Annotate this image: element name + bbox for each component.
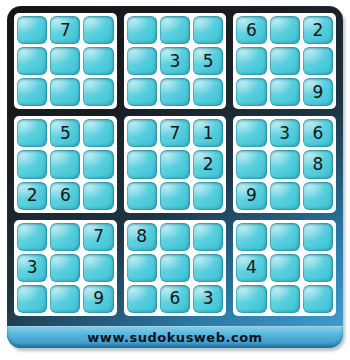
cell-r8c9[interactable] (303, 254, 333, 282)
cell-r8c6[interactable] (193, 254, 223, 282)
cell-r1c4[interactable] (127, 16, 157, 44)
box-1-2: 35 (124, 13, 227, 109)
cell-r2c8[interactable] (270, 47, 300, 75)
footer-bar: www.sudokusweb.com (7, 326, 343, 348)
cell-r9c8[interactable] (270, 285, 300, 313)
cell-r4c1[interactable] (17, 119, 47, 147)
cell-r2c2[interactable] (50, 47, 80, 75)
box-2-3: 3689 (233, 116, 336, 212)
cell-r1c7[interactable]: 6 (236, 16, 266, 44)
cell-r6c1[interactable]: 2 (17, 182, 47, 210)
cell-r4c3[interactable] (83, 119, 113, 147)
website-url[interactable]: www.sudokusweb.com (87, 330, 262, 345)
cell-r5c6[interactable]: 2 (193, 150, 223, 178)
cell-r8c1[interactable]: 3 (17, 254, 47, 282)
cell-r3c5[interactable] (160, 78, 190, 106)
cell-r3c9[interactable]: 9 (303, 78, 333, 106)
cell-r5c2[interactable] (50, 150, 80, 178)
cell-r7c6[interactable] (193, 223, 223, 251)
cell-r5c7[interactable] (236, 150, 266, 178)
cell-r5c8[interactable] (270, 150, 300, 178)
cell-r4c7[interactable] (236, 119, 266, 147)
cell-r2c3[interactable] (83, 47, 113, 75)
cell-r5c4[interactable] (127, 150, 157, 178)
page: 73562952671236897398634 www.sudokusweb.c… (0, 0, 350, 360)
cell-r6c9[interactable] (303, 182, 333, 210)
cell-r9c2[interactable] (50, 285, 80, 313)
cell-r6c8[interactable] (270, 182, 300, 210)
cell-r3c7[interactable] (236, 78, 266, 106)
cell-r3c8[interactable] (270, 78, 300, 106)
cell-r9c5[interactable]: 6 (160, 285, 190, 313)
box-3-3: 4 (233, 220, 336, 316)
cell-r1c5[interactable] (160, 16, 190, 44)
cell-r5c1[interactable] (17, 150, 47, 178)
cell-r4c2[interactable]: 5 (50, 119, 80, 147)
cell-r1c8[interactable] (270, 16, 300, 44)
cell-r4c6[interactable]: 1 (193, 119, 223, 147)
cell-r1c1[interactable] (17, 16, 47, 44)
cell-r9c3[interactable]: 9 (83, 285, 113, 313)
cell-r7c3[interactable]: 7 (83, 223, 113, 251)
cell-r9c1[interactable] (17, 285, 47, 313)
cell-r7c9[interactable] (303, 223, 333, 251)
cell-r5c3[interactable] (83, 150, 113, 178)
box-1-3: 629 (233, 13, 336, 109)
box-3-1: 739 (14, 220, 117, 316)
cell-r2c7[interactable] (236, 47, 266, 75)
cell-r5c9[interactable]: 8 (303, 150, 333, 178)
cell-r4c8[interactable]: 3 (270, 119, 300, 147)
cell-r2c4[interactable] (127, 47, 157, 75)
sudoku-board: 73562952671236897398634 www.sudokusweb.c… (7, 6, 343, 348)
box-3-2: 863 (124, 220, 227, 316)
cell-r7c5[interactable] (160, 223, 190, 251)
board-grid: 73562952671236897398634 (14, 13, 336, 316)
cell-r7c4[interactable]: 8 (127, 223, 157, 251)
cell-r2c6[interactable]: 5 (193, 47, 223, 75)
cell-r8c4[interactable] (127, 254, 157, 282)
cell-r1c6[interactable] (193, 16, 223, 44)
cell-r3c1[interactable] (17, 78, 47, 106)
cell-r3c6[interactable] (193, 78, 223, 106)
cell-r1c9[interactable]: 2 (303, 16, 333, 44)
cell-r6c4[interactable] (127, 182, 157, 210)
box-1-1: 7 (14, 13, 117, 109)
cell-r7c7[interactable] (236, 223, 266, 251)
cell-r8c5[interactable] (160, 254, 190, 282)
cell-r8c2[interactable] (50, 254, 80, 282)
cell-r9c9[interactable] (303, 285, 333, 313)
cell-r2c9[interactable] (303, 47, 333, 75)
cell-r9c6[interactable]: 3 (193, 285, 223, 313)
cell-r2c5[interactable]: 3 (160, 47, 190, 75)
cell-r6c6[interactable] (193, 182, 223, 210)
box-2-2: 712 (124, 116, 227, 212)
cell-r7c8[interactable] (270, 223, 300, 251)
cell-r7c1[interactable] (17, 223, 47, 251)
box-2-1: 526 (14, 116, 117, 212)
cell-r6c2[interactable]: 6 (50, 182, 80, 210)
cell-r8c8[interactable] (270, 254, 300, 282)
cell-r4c4[interactable] (127, 119, 157, 147)
cell-r1c3[interactable] (83, 16, 113, 44)
cell-r8c7[interactable]: 4 (236, 254, 266, 282)
cell-r6c5[interactable] (160, 182, 190, 210)
cell-r5c5[interactable] (160, 150, 190, 178)
cell-r7c2[interactable] (50, 223, 80, 251)
cell-r2c1[interactable] (17, 47, 47, 75)
cell-r1c2[interactable]: 7 (50, 16, 80, 44)
cell-r4c9[interactable]: 6 (303, 119, 333, 147)
cell-r8c3[interactable] (83, 254, 113, 282)
cell-r9c7[interactable] (236, 285, 266, 313)
cell-r4c5[interactable]: 7 (160, 119, 190, 147)
cell-r3c2[interactable] (50, 78, 80, 106)
cell-r6c7[interactable]: 9 (236, 182, 266, 210)
cell-r6c3[interactable] (83, 182, 113, 210)
cell-r3c4[interactable] (127, 78, 157, 106)
cell-r3c3[interactable] (83, 78, 113, 106)
cell-r9c4[interactable] (127, 285, 157, 313)
